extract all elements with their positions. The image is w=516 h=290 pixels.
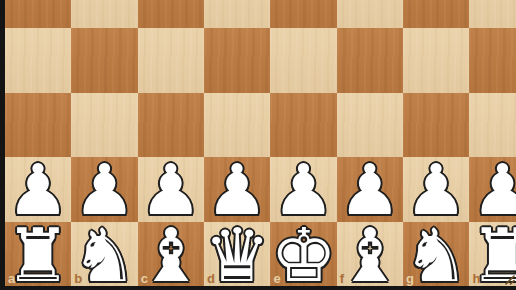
white-knight-b1[interactable]: ♞ (71, 218, 137, 286)
square-a3[interactable] (5, 93, 71, 157)
square-h3[interactable]: 3 (469, 93, 516, 157)
square-b3[interactable] (71, 93, 137, 157)
board-grid: 43♟♟♟♟♟♟♟♟2♜a♞b♝c♛d♚e♝f♞g♜1h (5, 0, 516, 286)
square-g4[interactable] (403, 28, 469, 92)
square-h5[interactable] (469, 0, 516, 28)
square-e1[interactable]: ♚e (270, 222, 336, 286)
square-g3[interactable] (403, 93, 469, 157)
square-e5[interactable] (270, 0, 336, 28)
square-g1[interactable]: ♞g (403, 222, 469, 286)
square-f5[interactable] (337, 0, 403, 28)
white-rook-a1[interactable]: ♜ (5, 218, 71, 286)
resize-handle-icon[interactable] (503, 273, 515, 285)
square-a5[interactable] (5, 0, 71, 28)
square-c4[interactable] (138, 28, 204, 92)
square-e3[interactable] (270, 93, 336, 157)
square-h4[interactable]: 4 (469, 28, 516, 92)
square-e4[interactable] (270, 28, 336, 92)
square-d5[interactable] (204, 0, 270, 28)
square-a1[interactable]: ♜a (5, 222, 71, 286)
white-queen-d1[interactable]: ♛ (204, 218, 270, 286)
white-bishop-c1[interactable]: ♝ (138, 218, 204, 286)
square-d1[interactable]: ♛d (204, 222, 270, 286)
chess-board: 43♟♟♟♟♟♟♟♟2♜a♞b♝c♛d♚e♝f♞g♜1h (5, 0, 516, 286)
white-knight-g1[interactable]: ♞ (403, 218, 469, 286)
square-g5[interactable] (403, 0, 469, 28)
square-f1[interactable]: ♝f (337, 222, 403, 286)
square-c5[interactable] (138, 0, 204, 28)
square-f4[interactable] (337, 28, 403, 92)
square-b1[interactable]: ♞b (71, 222, 137, 286)
square-d4[interactable] (204, 28, 270, 92)
square-f3[interactable] (337, 93, 403, 157)
square-d3[interactable] (204, 93, 270, 157)
square-c1[interactable]: ♝c (138, 222, 204, 286)
square-b4[interactable] (71, 28, 137, 92)
white-bishop-f1[interactable]: ♝ (337, 218, 403, 286)
square-a4[interactable] (5, 28, 71, 92)
white-king-e1[interactable]: ♚ (270, 218, 336, 286)
square-b5[interactable] (71, 0, 137, 28)
screenshot-root: 43♟♟♟♟♟♟♟♟2♜a♞b♝c♛d♚e♝f♞g♜1h (0, 0, 516, 290)
square-c3[interactable] (138, 93, 204, 157)
